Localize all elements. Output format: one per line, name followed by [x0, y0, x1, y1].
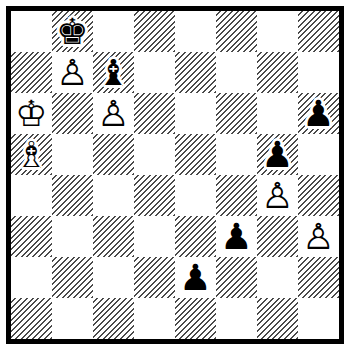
square-e2[interactable]: ♟♟ [175, 257, 216, 298]
square-a7[interactable] [11, 52, 52, 93]
square-f7[interactable] [216, 52, 257, 93]
square-a2[interactable] [11, 257, 52, 298]
square-c2[interactable] [93, 257, 134, 298]
square-d4[interactable] [134, 175, 175, 216]
square-f2[interactable] [216, 257, 257, 298]
square-a1[interactable] [11, 298, 52, 339]
square-h8[interactable] [298, 11, 339, 52]
square-d2[interactable] [134, 257, 175, 298]
black-pawn: ♟ [175, 257, 216, 298]
square-f4[interactable] [216, 175, 257, 216]
square-e5[interactable] [175, 134, 216, 175]
square-e7[interactable] [175, 52, 216, 93]
square-b4[interactable] [52, 175, 93, 216]
white-bishop: ♗ [11, 134, 52, 175]
square-c6[interactable]: ♟♙ [93, 93, 134, 134]
black-pawn: ♟ [298, 93, 339, 134]
white-pawn: ♙ [93, 93, 134, 134]
square-b6[interactable] [52, 93, 93, 134]
square-c7[interactable]: ♝♝ [93, 52, 134, 93]
square-d5[interactable] [134, 134, 175, 175]
square-b2[interactable] [52, 257, 93, 298]
square-c1[interactable] [93, 298, 134, 339]
square-g2[interactable] [257, 257, 298, 298]
chess-board: ♚♚♟♙♝♝♚♔♟♙♟♟♝♗♟♟♟♙♟♟♟♙♟♟ [6, 6, 344, 344]
square-d6[interactable] [134, 93, 175, 134]
square-a3[interactable] [11, 216, 52, 257]
square-b3[interactable] [52, 216, 93, 257]
square-b7[interactable]: ♟♙ [52, 52, 93, 93]
black-pawn: ♟ [257, 134, 298, 175]
square-e6[interactable] [175, 93, 216, 134]
square-d1[interactable] [134, 298, 175, 339]
square-c3[interactable] [93, 216, 134, 257]
square-f3[interactable]: ♟♟ [216, 216, 257, 257]
white-pawn: ♙ [52, 52, 93, 93]
square-g5[interactable]: ♟♟ [257, 134, 298, 175]
square-b8[interactable]: ♚♚ [52, 11, 93, 52]
square-a5[interactable]: ♝♗ [11, 134, 52, 175]
square-e8[interactable] [175, 11, 216, 52]
black-bishop: ♝ [93, 52, 134, 93]
white-pawn: ♙ [257, 175, 298, 216]
square-f1[interactable] [216, 298, 257, 339]
square-f6[interactable] [216, 93, 257, 134]
square-g8[interactable] [257, 11, 298, 52]
square-b5[interactable] [52, 134, 93, 175]
square-d8[interactable] [134, 11, 175, 52]
square-d7[interactable] [134, 52, 175, 93]
square-e4[interactable] [175, 175, 216, 216]
square-g4[interactable]: ♟♙ [257, 175, 298, 216]
black-king: ♚ [52, 11, 93, 52]
square-h6[interactable]: ♟♟ [298, 93, 339, 134]
square-e3[interactable] [175, 216, 216, 257]
square-a8[interactable] [11, 11, 52, 52]
square-h5[interactable] [298, 134, 339, 175]
square-c5[interactable] [93, 134, 134, 175]
square-h2[interactable] [298, 257, 339, 298]
square-h1[interactable] [298, 298, 339, 339]
square-a6[interactable]: ♚♔ [11, 93, 52, 134]
square-f5[interactable] [216, 134, 257, 175]
square-c4[interactable] [93, 175, 134, 216]
square-h4[interactable] [298, 175, 339, 216]
square-g1[interactable] [257, 298, 298, 339]
square-c8[interactable] [93, 11, 134, 52]
square-e1[interactable] [175, 298, 216, 339]
square-b1[interactable] [52, 298, 93, 339]
square-g7[interactable] [257, 52, 298, 93]
white-king: ♔ [11, 93, 52, 134]
square-g3[interactable] [257, 216, 298, 257]
white-pawn: ♙ [298, 216, 339, 257]
square-g6[interactable] [257, 93, 298, 134]
square-h3[interactable]: ♟♙ [298, 216, 339, 257]
square-d3[interactable] [134, 216, 175, 257]
chess-diagram: ♚♚♟♙♝♝♚♔♟♙♟♟♝♗♟♟♟♙♟♟♟♙♟♟ [0, 0, 350, 350]
square-f8[interactable] [216, 11, 257, 52]
square-h7[interactable] [298, 52, 339, 93]
square-a4[interactable] [11, 175, 52, 216]
black-pawn: ♟ [216, 216, 257, 257]
